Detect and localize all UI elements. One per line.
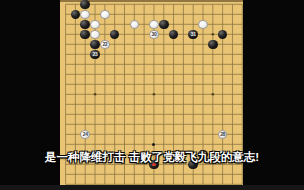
black-stone [208,40,218,50]
black-stone [159,20,169,30]
black-stone [90,50,100,60]
white-stone [90,20,100,30]
white-stone [100,40,110,50]
black-stone [80,20,90,30]
white-stone [198,20,208,30]
black-stone [80,0,90,9]
white-stone [149,20,159,30]
white-stone [149,30,159,40]
black-stone [90,40,100,50]
white-stone [80,10,90,20]
hoshi-point [153,93,156,96]
black-stone [188,30,198,40]
hoshi-point [212,33,215,36]
hoshi-point [94,93,97,96]
bottom-bar [0,185,304,190]
hoshi-point [212,93,215,96]
white-stone [100,10,110,20]
white-stone [130,20,140,30]
subtitle: 是一种降维打击 击败了党毅飞九段的意志! [0,150,304,165]
black-stone [80,30,90,40]
white-stone [80,130,90,140]
white-stone [90,30,100,40]
